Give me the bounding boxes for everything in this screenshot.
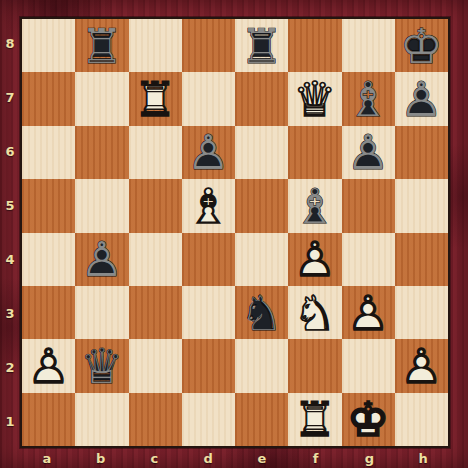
square-g8[interactable] [342, 19, 395, 72]
square-d8[interactable] [182, 19, 235, 72]
square-c6[interactable] [129, 126, 182, 179]
file-label-f: f [289, 448, 343, 468]
piece-glyph-outline: ♖ [129, 72, 182, 125]
white-pawn: ♟♙ [395, 339, 448, 392]
white-pawn: ♟♙ [288, 233, 341, 286]
file-label-h: h [396, 448, 450, 468]
square-c1[interactable] [129, 393, 182, 446]
piece-glyph-outline: ♗ [182, 179, 235, 232]
chess-board: ♜♖♜♖♚♔♜♖♛♕♝♗♟♙♟♙♟♙♝♗♝♗♟♙♟♙♞♘♞♘♟♙♟♙♛♕♟♙♜♖… [20, 17, 450, 448]
file-labels: abcdefgh [20, 448, 450, 468]
piece-glyph-outline: ♕ [288, 72, 341, 125]
piece-glyph-outline: ♙ [342, 286, 395, 339]
black-pawn: ♟♙ [75, 233, 128, 286]
piece-glyph-outline: ♗ [288, 179, 341, 232]
black-pawn: ♟♙ [395, 72, 448, 125]
square-b3[interactable] [75, 286, 128, 339]
black-bishop: ♝♗ [288, 179, 341, 232]
file-label-d: d [181, 448, 235, 468]
piece-glyph-outline: ♘ [288, 286, 341, 339]
piece-glyph-outline: ♘ [235, 286, 288, 339]
square-d1[interactable] [182, 393, 235, 446]
square-c7[interactable]: ♜♖ [129, 72, 182, 125]
rank-label-3: 3 [0, 286, 20, 340]
square-e7[interactable] [235, 72, 288, 125]
square-a5[interactable] [22, 179, 75, 232]
square-f1[interactable]: ♜♖ [288, 393, 341, 446]
square-d6[interactable]: ♟♙ [182, 126, 235, 179]
square-g3[interactable]: ♟♙ [342, 286, 395, 339]
file-label-b: b [74, 448, 128, 468]
file-label-c: c [128, 448, 182, 468]
rank-label-6: 6 [0, 125, 20, 179]
black-rook: ♜♖ [235, 19, 288, 72]
square-g6[interactable]: ♟♙ [342, 126, 395, 179]
piece-glyph-outline: ♙ [395, 72, 448, 125]
piece-glyph-outline: ♖ [75, 19, 128, 72]
square-a6[interactable] [22, 126, 75, 179]
black-knight: ♞♘ [235, 286, 288, 339]
piece-glyph-outline: ♙ [75, 233, 128, 286]
square-f5[interactable]: ♝♗ [288, 179, 341, 232]
square-f6[interactable] [288, 126, 341, 179]
square-f3[interactable]: ♞♘ [288, 286, 341, 339]
black-queen: ♛♕ [75, 339, 128, 392]
square-c8[interactable] [129, 19, 182, 72]
square-a3[interactable] [22, 286, 75, 339]
square-h7[interactable]: ♟♙ [395, 72, 448, 125]
square-h8[interactable]: ♚♔ [395, 19, 448, 72]
square-a8[interactable] [22, 19, 75, 72]
black-bishop: ♝♗ [342, 72, 395, 125]
board-frame: 87654321 ♜♖♜♖♚♔♜♖♛♕♝♗♟♙♟♙♟♙♝♗♝♗♟♙♟♙♞♘♞♘♟… [0, 0, 468, 468]
piece-glyph-outline: ♙ [395, 339, 448, 392]
square-h2[interactable]: ♟♙ [395, 339, 448, 392]
square-f8[interactable] [288, 19, 341, 72]
square-b5[interactable] [75, 179, 128, 232]
piece-glyph-outline: ♕ [75, 339, 128, 392]
square-e8[interactable]: ♜♖ [235, 19, 288, 72]
rank-label-2: 2 [0, 340, 20, 394]
square-e3[interactable]: ♞♘ [235, 286, 288, 339]
square-g1[interactable]: ♚♔ [342, 393, 395, 446]
rank-label-4: 4 [0, 233, 20, 287]
square-c3[interactable] [129, 286, 182, 339]
piece-glyph-outline: ♖ [288, 393, 341, 446]
square-h3[interactable] [395, 286, 448, 339]
square-g7[interactable]: ♝♗ [342, 72, 395, 125]
piece-glyph-outline: ♙ [288, 233, 341, 286]
square-e2[interactable] [235, 339, 288, 392]
piece-glyph-outline: ♖ [235, 19, 288, 72]
white-king: ♚♔ [342, 393, 395, 446]
rank-label-5: 5 [0, 179, 20, 233]
square-g2[interactable] [342, 339, 395, 392]
piece-glyph-outline: ♔ [342, 393, 395, 446]
white-rook: ♜♖ [129, 72, 182, 125]
square-e4[interactable] [235, 233, 288, 286]
file-label-e: e [235, 448, 289, 468]
white-knight: ♞♘ [288, 286, 341, 339]
square-g5[interactable] [342, 179, 395, 232]
piece-glyph-outline: ♙ [342, 126, 395, 179]
square-e6[interactable] [235, 126, 288, 179]
black-rook: ♜♖ [75, 19, 128, 72]
square-b4[interactable]: ♟♙ [75, 233, 128, 286]
white-queen: ♛♕ [288, 72, 341, 125]
square-f4[interactable]: ♟♙ [288, 233, 341, 286]
file-label-g: g [343, 448, 397, 468]
square-d7[interactable] [182, 72, 235, 125]
white-rook: ♜♖ [288, 393, 341, 446]
square-c2[interactable] [129, 339, 182, 392]
square-g4[interactable] [342, 233, 395, 286]
piece-glyph-outline: ♔ [395, 19, 448, 72]
white-bishop: ♝♗ [182, 179, 235, 232]
rank-label-1: 1 [0, 394, 20, 448]
square-c5[interactable] [129, 179, 182, 232]
square-a1[interactable] [22, 393, 75, 446]
square-a2[interactable]: ♟♙ [22, 339, 75, 392]
square-a7[interactable] [22, 72, 75, 125]
square-f2[interactable] [288, 339, 341, 392]
square-e5[interactable] [235, 179, 288, 232]
square-a4[interactable] [22, 233, 75, 286]
square-d5[interactable]: ♝♗ [182, 179, 235, 232]
black-pawn: ♟♙ [182, 126, 235, 179]
square-f7[interactable]: ♛♕ [288, 72, 341, 125]
white-pawn: ♟♙ [22, 339, 75, 392]
square-b2[interactable]: ♛♕ [75, 339, 128, 392]
square-c4[interactable] [129, 233, 182, 286]
square-b8[interactable]: ♜♖ [75, 19, 128, 72]
piece-glyph-outline: ♙ [182, 126, 235, 179]
square-b6[interactable] [75, 126, 128, 179]
square-h6[interactable] [395, 126, 448, 179]
piece-glyph-outline: ♙ [22, 339, 75, 392]
rank-label-8: 8 [0, 17, 20, 71]
square-e1[interactable] [235, 393, 288, 446]
rank-labels: 87654321 [0, 17, 20, 448]
square-h5[interactable] [395, 179, 448, 232]
white-pawn: ♟♙ [342, 286, 395, 339]
piece-glyph-outline: ♗ [342, 72, 395, 125]
black-king: ♚♔ [395, 19, 448, 72]
square-h4[interactable] [395, 233, 448, 286]
square-d2[interactable] [182, 339, 235, 392]
square-d4[interactable] [182, 233, 235, 286]
black-pawn: ♟♙ [342, 126, 395, 179]
square-b1[interactable] [75, 393, 128, 446]
square-b7[interactable] [75, 72, 128, 125]
square-d3[interactable] [182, 286, 235, 339]
file-label-a: a [20, 448, 74, 468]
square-h1[interactable] [395, 393, 448, 446]
rank-label-7: 7 [0, 71, 20, 125]
